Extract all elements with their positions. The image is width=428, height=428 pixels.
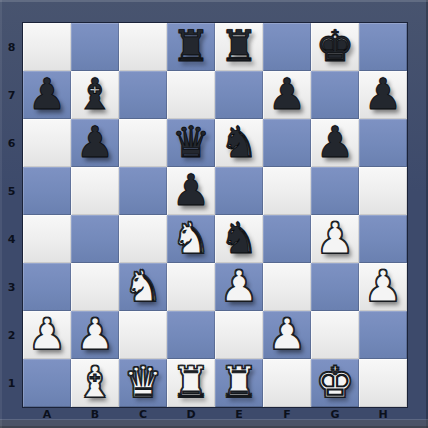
square-f8[interactable]: [263, 23, 311, 71]
square-g3[interactable]: [311, 263, 359, 311]
rank-label-6: 6: [0, 119, 23, 167]
square-a2[interactable]: ♟: [23, 311, 71, 359]
square-c7[interactable]: [119, 71, 167, 119]
square-e1[interactable]: ♜: [215, 359, 263, 407]
piece-white-pawn[interactable]: ♟: [220, 262, 259, 310]
rank-label-5: 5: [0, 167, 23, 215]
file-labels: ABCDEFGH: [23, 407, 407, 421]
square-h4[interactable]: [359, 215, 407, 263]
square-d4[interactable]: ♞: [167, 215, 215, 263]
rank-labels: 87654321: [0, 23, 23, 407]
square-b6[interactable]: ♟: [71, 119, 119, 167]
file-label-g: G: [311, 407, 359, 421]
square-d2[interactable]: [167, 311, 215, 359]
square-a7[interactable]: ♟: [23, 71, 71, 119]
square-g5[interactable]: [311, 167, 359, 215]
file-label-e: E: [215, 407, 263, 421]
square-b3[interactable]: [71, 263, 119, 311]
rank-label-3: 3: [0, 263, 23, 311]
square-c4[interactable]: [119, 215, 167, 263]
square-g8[interactable]: ♚: [311, 23, 359, 71]
piece-white-king[interactable]: ♚: [316, 358, 355, 406]
square-f2[interactable]: ♟: [263, 311, 311, 359]
square-b5[interactable]: [71, 167, 119, 215]
piece-white-rook[interactable]: ♜: [220, 358, 259, 406]
file-label-f: F: [263, 407, 311, 421]
square-h1[interactable]: [359, 359, 407, 407]
square-d1[interactable]: ♜: [167, 359, 215, 407]
square-h3[interactable]: ♟: [359, 263, 407, 311]
square-e2[interactable]: [215, 311, 263, 359]
piece-black-pawn[interactable]: ♟: [268, 70, 307, 118]
rank-label-2: 2: [0, 311, 23, 359]
square-c6[interactable]: [119, 119, 167, 167]
square-h2[interactable]: [359, 311, 407, 359]
square-f4[interactable]: [263, 215, 311, 263]
square-a1[interactable]: [23, 359, 71, 407]
piece-white-knight[interactable]: ♞: [124, 262, 163, 310]
square-e7[interactable]: [215, 71, 263, 119]
square-e8[interactable]: ♜: [215, 23, 263, 71]
square-e4[interactable]: ♞: [215, 215, 263, 263]
square-c3[interactable]: ♞: [119, 263, 167, 311]
piece-white-rook[interactable]: ♜: [172, 358, 211, 406]
square-b1[interactable]: ♝: [71, 359, 119, 407]
piece-black-rook[interactable]: ♜: [172, 22, 211, 70]
square-c1[interactable]: ♛: [119, 359, 167, 407]
square-d5[interactable]: ♟: [167, 167, 215, 215]
square-a5[interactable]: [23, 167, 71, 215]
piece-black-knight[interactable]: ♞: [220, 214, 259, 262]
rank-label-7: 7: [0, 71, 23, 119]
piece-white-pawn[interactable]: ♟: [76, 310, 115, 358]
square-b8[interactable]: [71, 23, 119, 71]
square-e3[interactable]: ♟: [215, 263, 263, 311]
square-g7[interactable]: [311, 71, 359, 119]
piece-black-pawn[interactable]: ♟: [364, 70, 403, 118]
rank-label-8: 8: [0, 23, 23, 71]
square-c5[interactable]: [119, 167, 167, 215]
piece-white-bishop[interactable]: ♝: [76, 358, 115, 406]
square-h6[interactable]: [359, 119, 407, 167]
file-label-c: C: [119, 407, 167, 421]
chess-board: ♜♜♚♟♝♟♟♟♛♞♟♟♞♞♟♞♟♟♟♟♟♝♛♜♜♚: [23, 23, 407, 407]
piece-black-pawn[interactable]: ♟: [172, 166, 211, 214]
square-a4[interactable]: [23, 215, 71, 263]
file-label-b: B: [71, 407, 119, 421]
piece-white-pawn[interactable]: ♟: [268, 310, 307, 358]
square-f5[interactable]: [263, 167, 311, 215]
square-d6[interactable]: ♛: [167, 119, 215, 167]
piece-white-pawn[interactable]: ♟: [316, 214, 355, 262]
piece-black-bishop[interactable]: ♝: [76, 70, 115, 118]
square-d3[interactable]: [167, 263, 215, 311]
piece-black-rook[interactable]: ♜: [220, 22, 259, 70]
rank-label-4: 4: [0, 215, 23, 263]
piece-white-pawn[interactable]: ♟: [364, 262, 403, 310]
square-a8[interactable]: [23, 23, 71, 71]
chess-board-frame: 87654321 ♜♜♚♟♝♟♟♟♛♞♟♟♞♞♟♞♟♟♟♟♟♝♛♜♜♚ ABCD…: [0, 0, 428, 428]
piece-black-queen[interactable]: ♛: [172, 118, 211, 166]
square-f6[interactable]: [263, 119, 311, 167]
piece-white-knight[interactable]: ♞: [172, 214, 211, 262]
piece-black-pawn[interactable]: ♟: [28, 70, 67, 118]
square-c8[interactable]: [119, 23, 167, 71]
piece-white-pawn[interactable]: ♟: [28, 310, 67, 358]
square-b4[interactable]: [71, 215, 119, 263]
square-c2[interactable]: [119, 311, 167, 359]
square-e6[interactable]: ♞: [215, 119, 263, 167]
square-g1[interactable]: ♚: [311, 359, 359, 407]
square-a6[interactable]: [23, 119, 71, 167]
square-g6[interactable]: ♟: [311, 119, 359, 167]
piece-black-knight[interactable]: ♞: [220, 118, 259, 166]
piece-black-king[interactable]: ♚: [316, 22, 355, 70]
piece-black-pawn[interactable]: ♟: [316, 118, 355, 166]
file-label-d: D: [167, 407, 215, 421]
square-b2[interactable]: ♟: [71, 311, 119, 359]
square-d7[interactable]: [167, 71, 215, 119]
file-label-a: A: [23, 407, 71, 421]
piece-white-queen[interactable]: ♛: [124, 358, 163, 406]
piece-black-pawn[interactable]: ♟: [76, 118, 115, 166]
rank-label-1: 1: [0, 359, 23, 407]
square-d8[interactable]: ♜: [167, 23, 215, 71]
square-f3[interactable]: [263, 263, 311, 311]
square-g4[interactable]: ♟: [311, 215, 359, 263]
square-b7[interactable]: ♝: [71, 71, 119, 119]
square-e5[interactable]: [215, 167, 263, 215]
square-h8[interactable]: [359, 23, 407, 71]
square-h5[interactable]: [359, 167, 407, 215]
square-a3[interactable]: [23, 263, 71, 311]
file-label-h: H: [359, 407, 407, 421]
square-g2[interactable]: [311, 311, 359, 359]
square-f1[interactable]: [263, 359, 311, 407]
square-h7[interactable]: ♟: [359, 71, 407, 119]
square-f7[interactable]: ♟: [263, 71, 311, 119]
